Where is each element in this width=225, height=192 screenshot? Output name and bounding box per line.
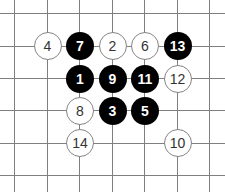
black-stone-9: 9 [99, 65, 127, 93]
board-intersection[interactable] [194, 63, 225, 95]
board-intersection[interactable] [194, 0, 225, 30]
board-intersection[interactable]: 6 [129, 30, 162, 62]
board-intersection[interactable]: 7 [64, 30, 97, 62]
board-intersection[interactable] [96, 160, 129, 192]
board-intersection[interactable] [0, 160, 31, 192]
board-intersection[interactable]: 4 [31, 30, 64, 62]
board-intersection[interactable]: 14 [64, 127, 97, 159]
white-stone-2: 2 [99, 32, 127, 60]
white-stone-4: 4 [34, 32, 62, 60]
board-intersection[interactable] [161, 160, 194, 192]
board-intersection[interactable] [64, 160, 97, 192]
board-intersection[interactable]: 8 [64, 95, 97, 127]
white-stone-8: 8 [66, 97, 94, 125]
white-stone-10: 10 [164, 129, 192, 157]
black-stone-5: 5 [131, 97, 159, 125]
board-intersection[interactable]: 9 [96, 63, 129, 95]
board-intersection[interactable] [0, 63, 31, 95]
board-intersection[interactable]: 12 [161, 63, 194, 95]
board-intersection[interactable] [0, 0, 31, 30]
white-stone-14: 14 [66, 129, 94, 157]
board-intersection[interactable] [129, 127, 162, 159]
white-stone-6: 6 [131, 32, 159, 60]
board-intersection[interactable]: 10 [161, 127, 194, 159]
go-board: 4726131911128351410 [0, 0, 225, 192]
board-intersection[interactable] [0, 127, 31, 159]
black-stone-7: 7 [66, 32, 94, 60]
board-intersection[interactable] [194, 30, 225, 62]
board-intersection[interactable] [0, 95, 31, 127]
board-intersection[interactable]: 13 [161, 30, 194, 62]
board-intersection[interactable] [129, 0, 162, 30]
board-intersection[interactable] [31, 160, 64, 192]
board-intersection[interactable] [31, 127, 64, 159]
black-stone-1: 1 [66, 65, 94, 93]
board-intersection[interactable] [129, 160, 162, 192]
board-intersection[interactable] [31, 0, 64, 30]
board-intersection[interactable] [161, 95, 194, 127]
board-intersection[interactable] [194, 95, 225, 127]
board-intersection[interactable] [194, 127, 225, 159]
board-intersection[interactable]: 1 [64, 63, 97, 95]
board-intersection[interactable] [64, 0, 97, 30]
board-intersection[interactable]: 3 [96, 95, 129, 127]
board-intersection[interactable] [194, 160, 225, 192]
board-intersection[interactable]: 11 [129, 63, 162, 95]
board-intersection[interactable] [96, 127, 129, 159]
board-intersection[interactable]: 2 [96, 30, 129, 62]
black-stone-11: 11 [131, 65, 159, 93]
board-intersection[interactable] [31, 95, 64, 127]
board-intersection[interactable]: 5 [129, 95, 162, 127]
board-intersection[interactable] [96, 0, 129, 30]
board-intersection[interactable] [161, 0, 194, 30]
white-stone-12: 12 [164, 65, 192, 93]
black-stone-13: 13 [164, 32, 192, 60]
go-diagram: 4726131911128351410 [0, 0, 225, 192]
board-intersection[interactable] [31, 63, 64, 95]
board-intersection[interactable] [0, 30, 31, 62]
black-stone-3: 3 [99, 97, 127, 125]
